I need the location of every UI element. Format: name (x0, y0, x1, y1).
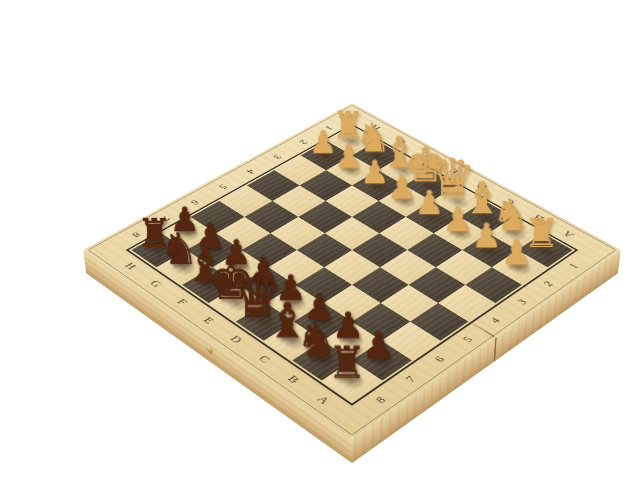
photo-scene: Overhead angled photo of a wooden foldin… (0, 0, 640, 480)
black-rook-a8[interactable]: ♜ (297, 340, 396, 384)
white-pawn-a2[interactable]: ♟ (470, 235, 561, 270)
fold-seam-side (494, 337, 497, 362)
board-frame: HGFEDCBA HGFEDCBA 12345678 12345678 ♜♞♝♚… (83, 103, 620, 439)
brass-clasp-pin (206, 343, 212, 353)
chess-board: HGFEDCBA HGFEDCBA 12345678 12345678 ♜♞♝♚… (83, 103, 620, 439)
